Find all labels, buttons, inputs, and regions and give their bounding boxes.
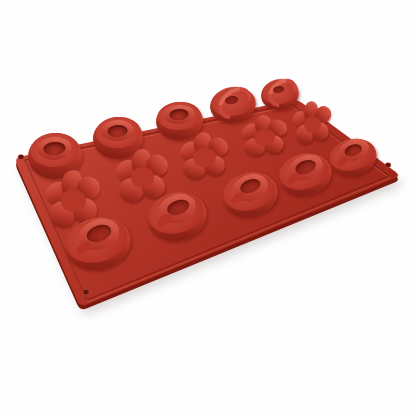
cavity-flower-r2c3 bbox=[179, 132, 231, 182]
product-photo bbox=[0, 0, 416, 415]
cavity-bumps-layer bbox=[0, 0, 416, 415]
cavity-oval-r3c4 bbox=[274, 148, 337, 202]
cavity-flower-r2c5 bbox=[292, 101, 334, 146]
cavity-flower-r2c4 bbox=[240, 115, 289, 159]
